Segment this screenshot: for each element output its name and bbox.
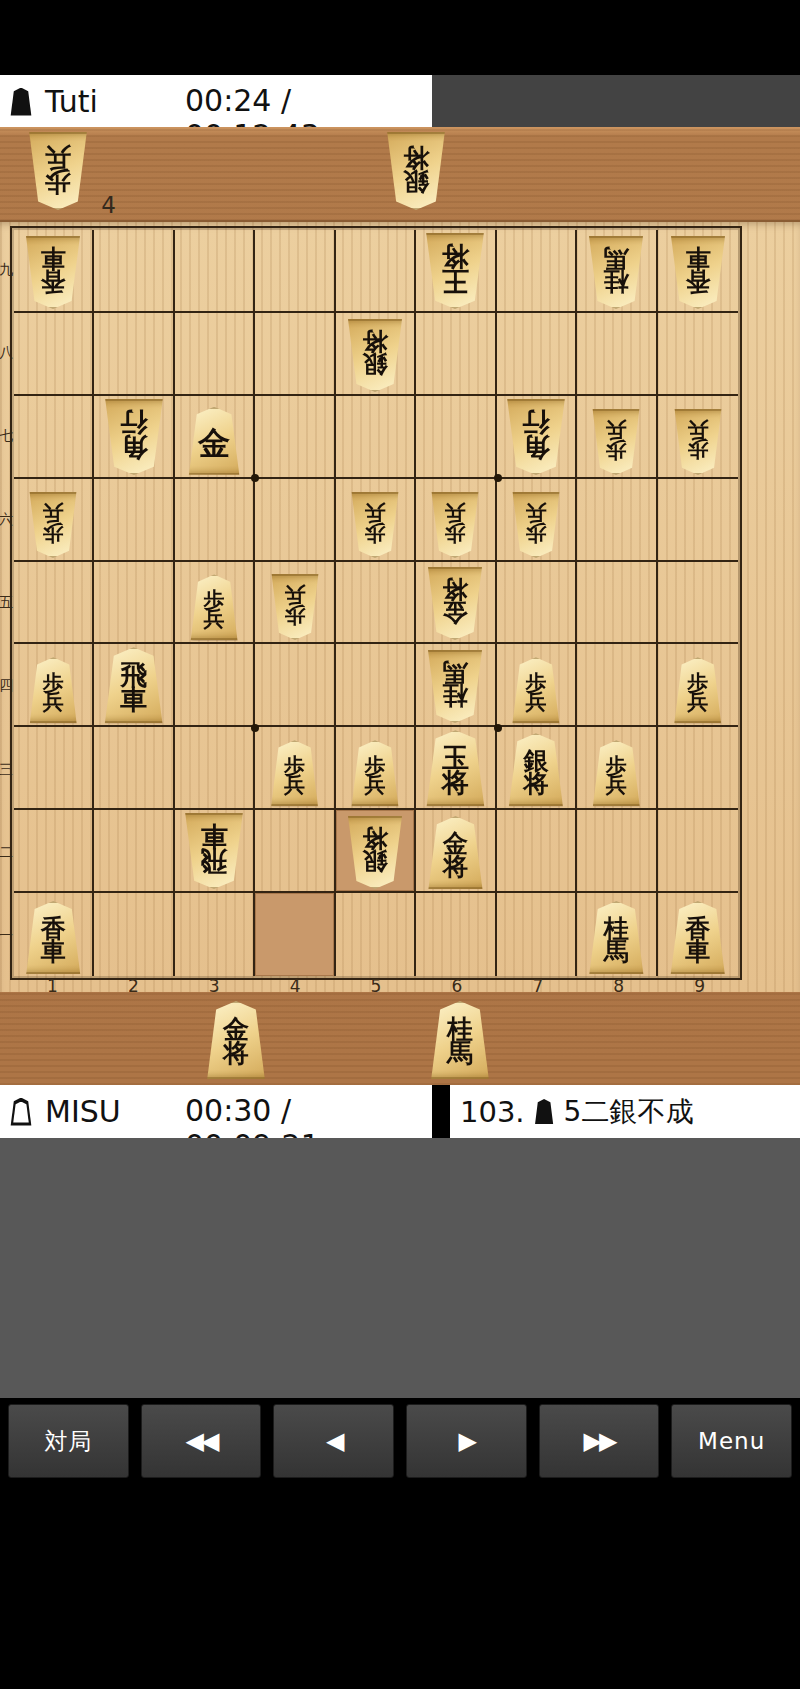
square-9二[interactable] xyxy=(658,810,738,893)
piece-歩兵: 歩兵 xyxy=(27,492,79,558)
piece-金将: 金将 xyxy=(425,816,485,889)
square-8三[interactable]: 歩兵 xyxy=(577,727,657,810)
square-3九[interactable] xyxy=(175,230,255,313)
rank-label: 七 xyxy=(0,395,12,478)
sente-hand-tray: 歩兵4銀将 xyxy=(0,127,800,222)
square-4八[interactable] xyxy=(255,313,335,396)
square-9五[interactable] xyxy=(658,562,738,645)
square-3三[interactable] xyxy=(175,727,255,810)
square-4六[interactable] xyxy=(255,479,335,562)
rewind-button[interactable]: ◀◀ xyxy=(141,1404,262,1478)
square-4七[interactable] xyxy=(255,396,335,479)
top-player-bar: Tuti 00:24 / 00:12:43 xyxy=(0,75,800,128)
piece-飛車: 飛車 xyxy=(182,813,246,889)
fast-forward-button[interactable]: ▶▶ xyxy=(539,1404,660,1478)
move-side-icon xyxy=(534,1099,555,1124)
piece-銀将: 銀将 xyxy=(345,816,405,889)
square-8九[interactable]: 桂馬 xyxy=(577,230,657,313)
square-5七[interactable] xyxy=(336,396,416,479)
rank-label: 二 xyxy=(0,811,12,894)
square-5四[interactable] xyxy=(336,644,416,727)
square-9九[interactable]: 香車 xyxy=(658,230,738,313)
square-9八[interactable] xyxy=(658,313,738,396)
bottom-player-bar: MISU 00:30 / 00:09:21 103. 5二銀不成 xyxy=(0,1085,800,1138)
board-panel: 九八七六五四三二一 香車王将桂馬香車銀将角行金角行歩兵歩兵歩兵歩兵歩兵歩兵歩兵歩… xyxy=(0,222,800,992)
square-5一[interactable] xyxy=(336,893,416,976)
square-3五[interactable]: 歩兵 xyxy=(175,562,255,645)
play-game-button[interactable]: 対局 xyxy=(8,1404,129,1478)
piece-歩兵: 歩兵 xyxy=(27,657,79,723)
move-list-panel xyxy=(0,1138,800,1398)
rank-label: 五 xyxy=(0,561,12,644)
square-7五[interactable] xyxy=(497,562,577,645)
file-label: 7 xyxy=(497,979,578,993)
board-area: 歩兵4銀将 九八七六五四三二一 香車王将桂馬香車銀将角行金角行歩兵歩兵歩兵歩兵歩… xyxy=(0,127,800,1085)
piece-玉将: 玉将 xyxy=(423,730,487,806)
hand-piece-桂馬[interactable]: 桂馬 xyxy=(428,1003,492,1081)
square-9一[interactable]: 香車 xyxy=(658,893,738,976)
square-4二[interactable] xyxy=(255,810,335,893)
square-7一[interactable] xyxy=(497,893,577,976)
square-1六[interactable]: 歩兵 xyxy=(14,479,94,562)
square-1七[interactable] xyxy=(14,396,94,479)
star-point xyxy=(251,724,259,732)
gote-hand-tray: 金将桂馬 xyxy=(0,992,800,1085)
rank-label: 四 xyxy=(0,645,12,728)
bottom-player-name: MISU xyxy=(45,1094,121,1129)
piece-銀将: 銀将 xyxy=(345,319,405,392)
square-8六[interactable] xyxy=(577,479,657,562)
square-3八[interactable] xyxy=(175,313,255,396)
square-3六[interactable] xyxy=(175,479,255,562)
piece-金: 金 xyxy=(186,407,242,475)
square-2八[interactable] xyxy=(94,313,174,396)
hand-piece-金将[interactable]: 金将 xyxy=(204,1003,268,1081)
square-4一[interactable] xyxy=(255,893,335,976)
piece-歩兵: 歩兵 xyxy=(590,409,642,475)
piece-桂馬: 桂馬 xyxy=(425,650,485,723)
file-label: 6 xyxy=(416,979,497,993)
piece-香車: 香車 xyxy=(23,236,83,309)
square-6七[interactable] xyxy=(416,396,496,479)
square-5六[interactable]: 歩兵 xyxy=(336,479,416,562)
piece-歩兵: 歩兵 xyxy=(188,574,240,640)
square-8五[interactable] xyxy=(577,562,657,645)
piece-歩兵: 歩兵 xyxy=(429,492,481,558)
square-2一[interactable] xyxy=(94,893,174,976)
file-label: 4 xyxy=(255,979,336,993)
piece-桂馬: 桂馬 xyxy=(586,901,646,974)
square-6三[interactable]: 玉将 xyxy=(416,727,496,810)
square-3七[interactable]: 金 xyxy=(175,396,255,479)
file-label: 1 xyxy=(12,979,93,993)
square-6五[interactable]: 金将 xyxy=(416,562,496,645)
piece-金将: 金将 xyxy=(204,1001,268,1079)
piece-王将: 王将 xyxy=(423,233,487,309)
top-player-info: Tuti 00:24 / 00:12:43 xyxy=(0,75,432,128)
square-9六[interactable] xyxy=(658,479,738,562)
square-6六[interactable]: 歩兵 xyxy=(416,479,496,562)
square-6一[interactable] xyxy=(416,893,496,976)
piece-銀将: 銀将 xyxy=(506,733,566,806)
file-label: 2 xyxy=(93,979,174,993)
piece-歩兵: 歩兵 xyxy=(269,574,321,640)
square-8一[interactable]: 桂馬 xyxy=(577,893,657,976)
square-2五[interactable] xyxy=(94,562,174,645)
square-9三[interactable] xyxy=(658,727,738,810)
square-4九[interactable] xyxy=(255,230,335,313)
star-point xyxy=(494,474,502,482)
last-move-bar: 103. 5二銀不成 xyxy=(450,1085,800,1138)
square-1八[interactable] xyxy=(14,313,94,396)
square-3四[interactable] xyxy=(175,644,255,727)
star-point xyxy=(494,724,502,732)
step-back-button[interactable]: ◀ xyxy=(273,1404,394,1478)
piece-歩兵: 歩兵 xyxy=(590,740,642,806)
piece-歩兵: 歩兵 xyxy=(349,492,401,558)
gote-piece-icon xyxy=(9,1098,33,1126)
square-1二[interactable] xyxy=(14,810,94,893)
hand-piece-銀将[interactable]: 銀将 xyxy=(384,134,448,212)
rank-label: 九 xyxy=(0,228,12,311)
square-7二[interactable] xyxy=(497,810,577,893)
square-8七[interactable]: 歩兵 xyxy=(577,396,657,479)
sente-piece-icon xyxy=(9,88,33,116)
square-2二[interactable] xyxy=(94,810,174,893)
square-5二[interactable]: 銀将 xyxy=(336,810,416,893)
square-1五[interactable] xyxy=(14,562,94,645)
hand-piece-count: 4 xyxy=(101,192,116,218)
square-7七[interactable]: 角行 xyxy=(497,396,577,479)
piece-角行: 角行 xyxy=(504,399,568,475)
piece-香車: 香車 xyxy=(668,236,728,309)
square-6二[interactable]: 金将 xyxy=(416,810,496,893)
step-forward-button[interactable]: ▶ xyxy=(406,1404,527,1478)
rank-labels: 九八七六五四三二一 xyxy=(0,228,12,978)
piece-歩兵: 歩兵 xyxy=(672,657,724,723)
rank-label: 八 xyxy=(0,311,12,394)
square-9七[interactable]: 歩兵 xyxy=(658,396,738,479)
file-label: 8 xyxy=(578,979,659,993)
file-labels: 123456789 xyxy=(12,979,740,993)
piece-銀将: 銀将 xyxy=(384,132,448,210)
square-2九[interactable] xyxy=(94,230,174,313)
square-5八[interactable]: 銀将 xyxy=(336,313,416,396)
move-text: 5二銀不成 xyxy=(564,1093,694,1131)
square-4三[interactable]: 歩兵 xyxy=(255,727,335,810)
top-player-name: Tuti xyxy=(45,84,98,119)
square-6八[interactable] xyxy=(416,313,496,396)
menu-button[interactable]: Menu xyxy=(671,1404,792,1478)
piece-歩兵: 歩兵 xyxy=(269,740,321,806)
piece-歩兵: 歩兵 xyxy=(510,657,562,723)
board-grid: 香車王将桂馬香車銀将角行金角行歩兵歩兵歩兵歩兵歩兵歩兵歩兵歩兵金将歩兵飛車桂馬歩… xyxy=(12,228,740,978)
piece-金将: 金将 xyxy=(425,567,485,640)
square-6九[interactable]: 王将 xyxy=(416,230,496,313)
square-7八[interactable] xyxy=(497,313,577,396)
piece-歩兵: 歩兵 xyxy=(672,409,724,475)
square-1九[interactable]: 香車 xyxy=(14,230,94,313)
square-3一[interactable] xyxy=(175,893,255,976)
file-label: 5 xyxy=(336,979,417,993)
square-7四[interactable]: 歩兵 xyxy=(497,644,577,727)
square-5三[interactable]: 歩兵 xyxy=(336,727,416,810)
square-2四[interactable]: 飛車 xyxy=(94,644,174,727)
shogi-app-screen: Tuti 00:24 / 00:12:43 歩兵4銀将 九八七六五四三二一 香車… xyxy=(0,0,800,1689)
rank-label: 一 xyxy=(0,895,12,978)
file-label: 9 xyxy=(659,979,740,993)
piece-歩兵: 歩兵 xyxy=(510,492,562,558)
square-2七[interactable]: 角行 xyxy=(94,396,174,479)
square-4四[interactable] xyxy=(255,644,335,727)
square-1四[interactable]: 歩兵 xyxy=(14,644,94,727)
piece-角行: 角行 xyxy=(102,399,166,475)
square-2三[interactable] xyxy=(94,727,174,810)
square-5九[interactable] xyxy=(336,230,416,313)
square-8八[interactable] xyxy=(577,313,657,396)
square-8四[interactable] xyxy=(577,644,657,727)
piece-歩兵: 歩兵 xyxy=(349,740,401,806)
move-number: 103. xyxy=(460,1095,525,1129)
square-5五[interactable] xyxy=(336,562,416,645)
piece-桂馬: 桂馬 xyxy=(428,1001,492,1079)
file-label: 3 xyxy=(174,979,255,993)
square-2六[interactable] xyxy=(94,479,174,562)
star-point xyxy=(251,474,259,482)
piece-香車: 香車 xyxy=(23,901,83,974)
square-6四[interactable]: 桂馬 xyxy=(416,644,496,727)
toolbar: 対局◀◀◀▶▶▶Menu xyxy=(0,1398,800,1484)
rank-label: 三 xyxy=(0,728,12,811)
square-1一[interactable]: 香車 xyxy=(14,893,94,976)
rank-label: 六 xyxy=(0,478,12,561)
piece-桂馬: 桂馬 xyxy=(586,236,646,309)
bottom-player-info: MISU 00:30 / 00:09:21 xyxy=(0,1085,432,1138)
square-8二[interactable] xyxy=(577,810,657,893)
square-1三[interactable] xyxy=(14,727,94,810)
piece-歩兵: 歩兵 xyxy=(26,132,90,210)
square-4五[interactable]: 歩兵 xyxy=(255,562,335,645)
piece-香車: 香車 xyxy=(668,901,728,974)
hand-piece-歩兵[interactable]: 歩兵4 xyxy=(26,134,90,212)
square-7三[interactable]: 銀将 xyxy=(497,727,577,810)
square-7九[interactable] xyxy=(497,230,577,313)
square-7六[interactable]: 歩兵 xyxy=(497,479,577,562)
square-9四[interactable]: 歩兵 xyxy=(658,644,738,727)
square-3二[interactable]: 飛車 xyxy=(175,810,255,893)
piece-飛車: 飛車 xyxy=(102,647,166,723)
